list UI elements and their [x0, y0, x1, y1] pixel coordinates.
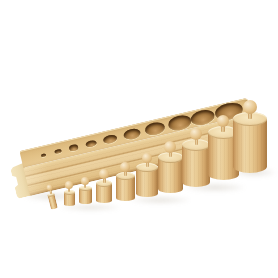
block-hole [122, 127, 141, 141]
cylinder-knob [65, 181, 73, 189]
block-hole [85, 139, 97, 148]
knobbed-cylinder [136, 167, 158, 197]
knobbed-cylinder [116, 176, 135, 201]
knobbed-cylinder [96, 183, 112, 203]
cylinder-knob [142, 153, 152, 163]
ground-shadow [130, 196, 190, 204]
cylinder-knob [81, 177, 89, 185]
cylinder-knob [190, 128, 202, 140]
cylinder-body [233, 119, 267, 173]
block-hole [68, 144, 78, 151]
cylinder-body [136, 167, 158, 197]
cylinder-knob [120, 162, 130, 172]
block-hole [102, 134, 117, 145]
block-hole [144, 121, 166, 137]
cylinder-knob [217, 115, 229, 127]
block-hole [54, 149, 62, 154]
cylinder-body [182, 145, 210, 187]
knobbed-cylinder [182, 145, 210, 187]
knobbed-cylinder [233, 119, 267, 173]
knobbed-cylinder [64, 192, 75, 206]
cylinder-knob [243, 100, 257, 114]
knobbed-cylinder [79, 188, 92, 204]
block-hole [40, 153, 46, 157]
knobbed-cylinder [158, 157, 183, 193]
cylinder-knob [99, 169, 109, 179]
cylinder-knob [164, 141, 176, 153]
product-photo-stage [0, 0, 278, 278]
